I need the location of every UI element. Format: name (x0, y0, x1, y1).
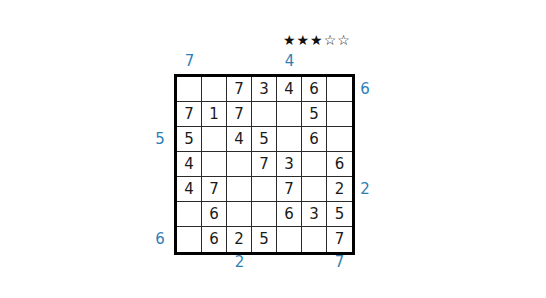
cell-r4c3[interactable] (227, 152, 252, 177)
cell-r6c3[interactable] (227, 202, 252, 227)
clue-right-1: 6 (355, 77, 375, 102)
cell-r5c7[interactable]: 2 (327, 177, 352, 202)
clue-left-2 (150, 102, 170, 127)
clue-top-3 (227, 51, 252, 71)
cell-r7c1[interactable] (177, 227, 202, 252)
cell-r2c2[interactable]: 1 (202, 102, 227, 127)
cell-r4c2[interactable] (202, 152, 227, 177)
cell-r1c5[interactable]: 4 (277, 77, 302, 102)
clue-top-7 (327, 51, 352, 71)
clue-right-3 (355, 127, 375, 152)
cell-r5c4[interactable] (252, 177, 277, 202)
cell-r7c6[interactable] (302, 227, 327, 252)
cell-r4c6[interactable] (302, 152, 327, 177)
cell-r6c7[interactable]: 5 (327, 202, 352, 227)
cell-r3c5[interactable] (277, 127, 302, 152)
cell-r4c4[interactable]: 7 (252, 152, 277, 177)
clue-right-5: 2 (355, 177, 375, 202)
cell-r6c5[interactable]: 6 (277, 202, 302, 227)
clue-left-6 (150, 202, 170, 227)
cell-r1c2[interactable] (202, 77, 227, 102)
cell-r5c1[interactable]: 4 (177, 177, 202, 202)
cell-r4c5[interactable]: 3 (277, 152, 302, 177)
cell-r7c5[interactable] (277, 227, 302, 252)
clue-bottom-2 (202, 252, 227, 272)
puzzle-page: ★★★☆☆ 74 56 62 27 7346717554564736477266… (0, 0, 546, 298)
puzzle-board: 7346717554564736477266356257 (174, 74, 355, 255)
difficulty-stars-icon: ★★★☆☆ (283, 31, 351, 49)
clue-right-2 (355, 102, 375, 127)
clue-left-1 (150, 77, 170, 102)
cell-r2c3[interactable]: 7 (227, 102, 252, 127)
clue-bottom-3: 2 (227, 252, 252, 272)
cell-r6c4[interactable] (252, 202, 277, 227)
cell-r3c3[interactable]: 4 (227, 127, 252, 152)
cell-r5c5[interactable]: 7 (277, 177, 302, 202)
clue-left-5 (150, 177, 170, 202)
cell-r2c7[interactable] (327, 102, 352, 127)
cell-r2c6[interactable]: 5 (302, 102, 327, 127)
cell-r1c7[interactable] (327, 77, 352, 102)
cell-r4c1[interactable]: 4 (177, 152, 202, 177)
cell-r1c1[interactable] (177, 77, 202, 102)
clue-bottom-6 (302, 252, 327, 272)
cell-r3c6[interactable]: 6 (302, 127, 327, 152)
cell-r6c1[interactable] (177, 202, 202, 227)
cell-r3c1[interactable]: 5 (177, 127, 202, 152)
clue-right-6 (355, 202, 375, 227)
cell-r7c7[interactable]: 7 (327, 227, 352, 252)
cell-r4c7[interactable]: 6 (327, 152, 352, 177)
clue-bottom-1 (177, 252, 202, 272)
cell-r1c6[interactable]: 6 (302, 77, 327, 102)
cell-r2c5[interactable] (277, 102, 302, 127)
cell-r2c1[interactable]: 7 (177, 102, 202, 127)
clues-top: 74 (177, 51, 352, 71)
clue-right-4 (355, 152, 375, 177)
clue-top-4 (252, 51, 277, 71)
cell-r3c7[interactable] (327, 127, 352, 152)
cell-r7c4[interactable]: 5 (252, 227, 277, 252)
cell-r1c4[interactable]: 3 (252, 77, 277, 102)
cell-r7c3[interactable]: 2 (227, 227, 252, 252)
cell-r5c6[interactable] (302, 177, 327, 202)
clue-bottom-7: 7 (327, 252, 352, 272)
clue-top-2 (202, 51, 227, 71)
clue-left-7: 6 (150, 227, 170, 252)
cell-r5c3[interactable] (227, 177, 252, 202)
cell-r2c4[interactable] (252, 102, 277, 127)
clue-left-3: 5 (150, 127, 170, 152)
clue-right-7 (355, 227, 375, 252)
cell-r6c2[interactable]: 6 (202, 202, 227, 227)
clue-left-4 (150, 152, 170, 177)
clue-top-5: 4 (277, 51, 302, 71)
cell-r3c4[interactable]: 5 (252, 127, 277, 152)
clue-top-6 (302, 51, 327, 71)
cell-r1c3[interactable]: 7 (227, 77, 252, 102)
cell-r6c6[interactable]: 3 (302, 202, 327, 227)
clue-top-1: 7 (177, 51, 202, 71)
clues-left: 56 (150, 77, 170, 252)
clues-right: 62 (355, 77, 375, 252)
clue-bottom-5 (277, 252, 302, 272)
cell-r5c2[interactable]: 7 (202, 177, 227, 202)
clues-bottom: 27 (177, 252, 352, 272)
cell-r3c2[interactable] (202, 127, 227, 152)
clue-bottom-4 (252, 252, 277, 272)
cell-r7c2[interactable]: 6 (202, 227, 227, 252)
